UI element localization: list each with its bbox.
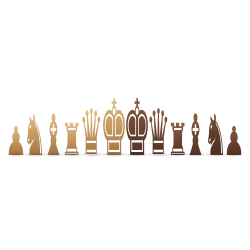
light-rook: ♜ bbox=[64, 118, 81, 155]
light-pawn: ♟ bbox=[9, 121, 24, 155]
light-queen: ♛ bbox=[82, 101, 102, 155]
dark-pawn-glyph: ♟ bbox=[223, 121, 245, 161]
product-photo: ♟♞♝♜♛♚♚♛♜♝♞♟ bbox=[0, 0, 250, 250]
dark-pawn: ♟ bbox=[227, 121, 242, 155]
dark-king: ♚ bbox=[126, 89, 148, 155]
light-king: ♚ bbox=[103, 89, 125, 155]
chess-piece-row: ♟♞♝♜♛♚♚♛♜♝♞♟ bbox=[0, 0, 250, 155]
dark-queen: ♛ bbox=[149, 101, 169, 155]
dark-bishop: ♝ bbox=[188, 107, 205, 155]
